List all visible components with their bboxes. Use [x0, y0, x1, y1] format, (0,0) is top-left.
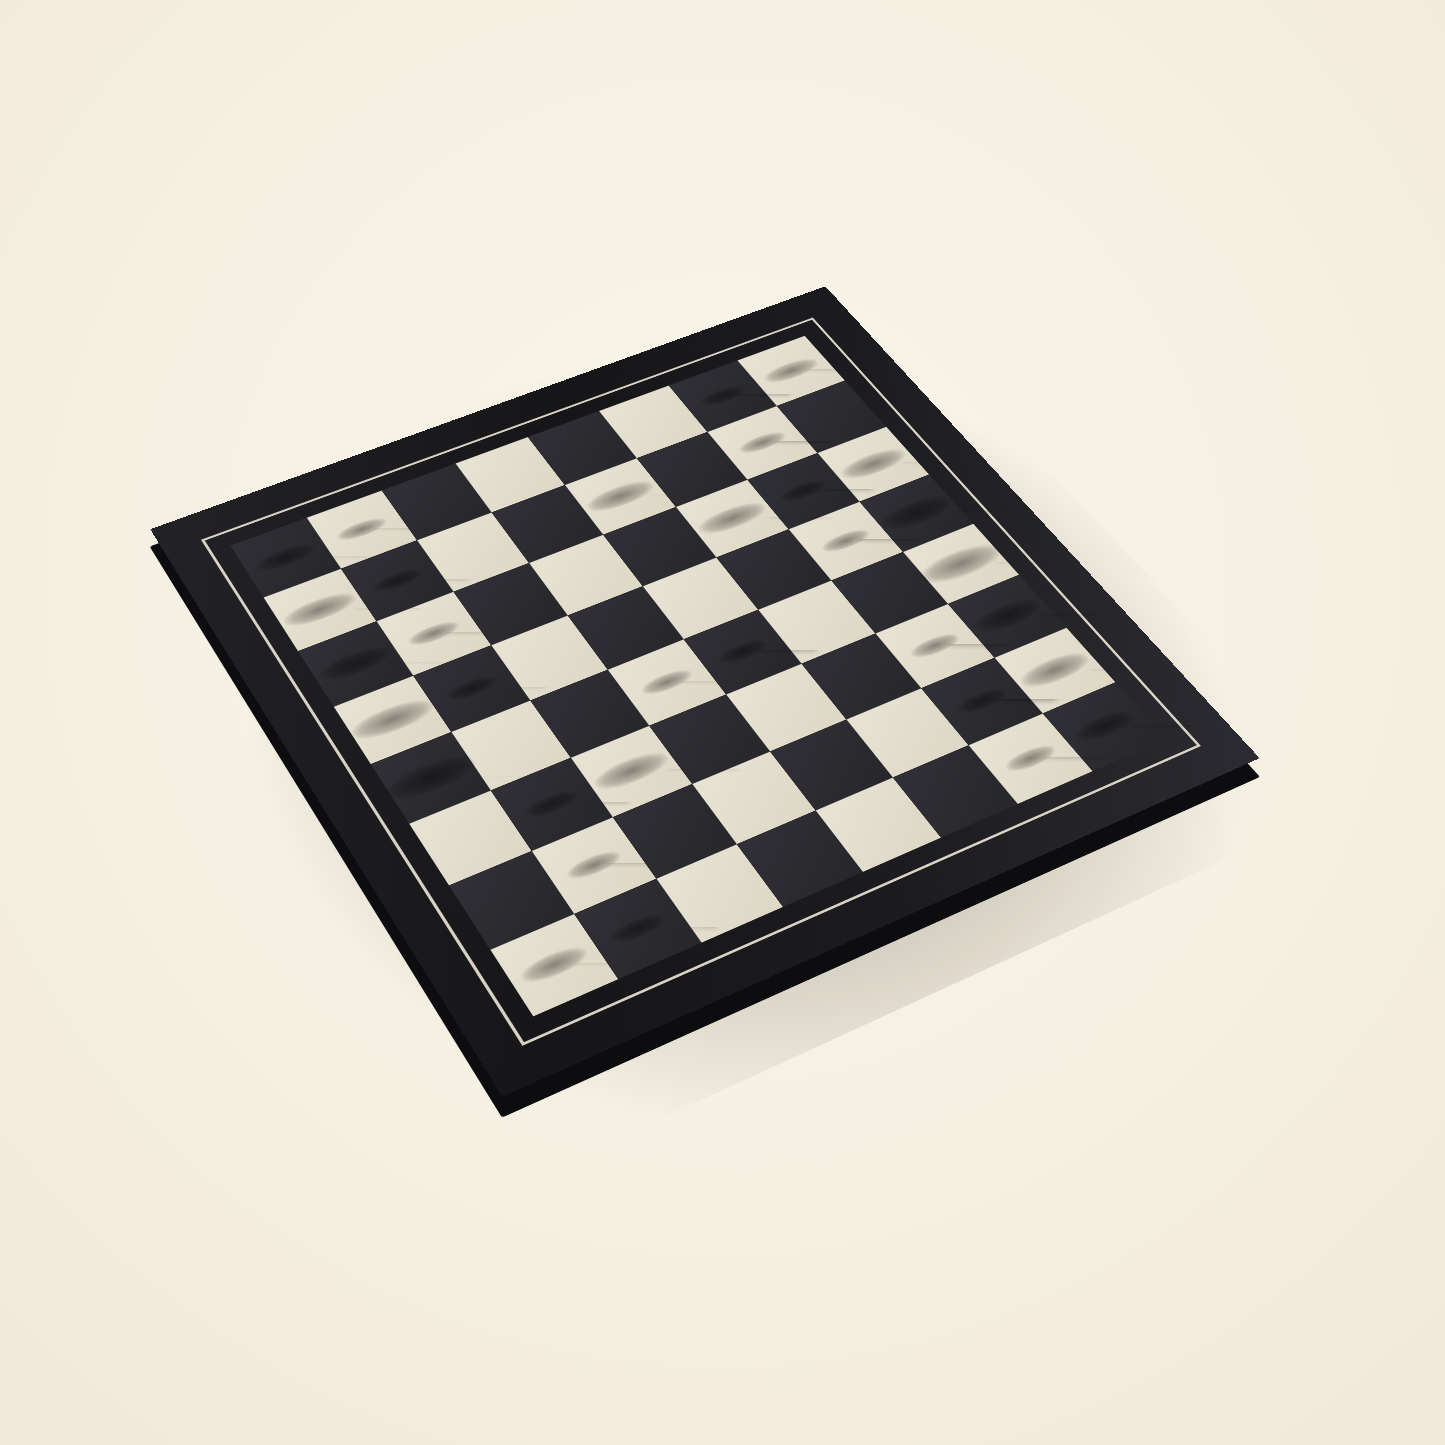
board-frame: ♜♟♝♟♛♟♝♚♟♞♝♟♞♟♜♟♜♟♟♞♟♟♟♝♟♛♞♚♟♟♟♜ — [150, 286, 1259, 1096]
photo-scene: ♜♟♝♟♛♟♝♚♟♞♝♟♞♟♜♟♜♟♟♞♟♟♟♝♟♛♞♚♟♟♟♜ — [0, 0, 1445, 1445]
chess-board: ♜♟♝♟♛♟♝♚♟♞♝♟♞♟♜♟♜♟♟♞♟♟♟♝♟♛♞♚♟♟♟♜ — [150, 286, 1259, 1096]
